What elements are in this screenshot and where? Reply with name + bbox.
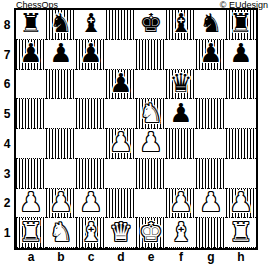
square-e8[interactable]: ♚ bbox=[136, 10, 166, 40]
square-d6[interactable]: ♟ bbox=[106, 70, 136, 100]
file-label-h: h bbox=[226, 251, 256, 265]
square-f4[interactable] bbox=[166, 129, 196, 159]
square-d7[interactable] bbox=[106, 40, 136, 70]
white-knight: ♞ bbox=[139, 100, 162, 126]
white-rook: ♜ bbox=[19, 219, 42, 245]
square-h1[interactable]: ♜ bbox=[226, 218, 256, 248]
square-b3[interactable] bbox=[46, 159, 76, 189]
file-label-b: b bbox=[46, 251, 76, 265]
black-knight: ♞ bbox=[199, 10, 222, 36]
white-knight: ♞ bbox=[49, 219, 72, 245]
square-d2[interactable] bbox=[106, 189, 136, 219]
square-d3[interactable] bbox=[106, 159, 136, 189]
square-d8[interactable] bbox=[106, 10, 136, 40]
square-h5[interactable] bbox=[226, 99, 256, 129]
black-pawn: ♟ bbox=[229, 40, 252, 66]
square-e7[interactable] bbox=[136, 40, 166, 70]
white-pawn: ♟ bbox=[139, 129, 162, 155]
square-f1[interactable]: ♝ bbox=[166, 218, 196, 248]
square-g1[interactable] bbox=[196, 218, 226, 248]
rank-label-2: 2 bbox=[0, 189, 14, 219]
rank-label-5: 5 bbox=[0, 99, 14, 129]
square-a1[interactable]: ♜ bbox=[16, 218, 46, 248]
square-h8[interactable]: ♜ bbox=[226, 10, 256, 40]
black-pawn: ♟ bbox=[49, 40, 72, 66]
square-h3[interactable] bbox=[226, 159, 256, 189]
square-b7[interactable]: ♟ bbox=[46, 40, 76, 70]
square-h7[interactable]: ♟ bbox=[226, 40, 256, 70]
file-label-d: d bbox=[106, 251, 136, 265]
square-e5[interactable]: ♞ bbox=[136, 99, 166, 129]
square-b1[interactable]: ♞ bbox=[46, 218, 76, 248]
square-a7[interactable]: ♟ bbox=[16, 40, 46, 70]
square-h6[interactable] bbox=[226, 70, 256, 100]
file-label-e: e bbox=[136, 251, 166, 265]
white-pawn: ♟ bbox=[199, 189, 222, 215]
chessops-window: ChessOps © EUdesign 87654321 ♜♞♝♚♝♞♜♟♟♟♟… bbox=[0, 0, 270, 270]
white-pawn: ♟ bbox=[79, 189, 102, 215]
file-label-a: a bbox=[16, 251, 46, 265]
square-a3[interactable] bbox=[16, 159, 46, 189]
square-b4[interactable] bbox=[46, 129, 76, 159]
square-g2[interactable]: ♟ bbox=[196, 189, 226, 219]
square-c4[interactable] bbox=[76, 129, 106, 159]
square-c3[interactable] bbox=[76, 159, 106, 189]
rank-labels: 87654321 bbox=[0, 10, 14, 248]
square-g6[interactable] bbox=[196, 70, 226, 100]
square-c5[interactable] bbox=[76, 99, 106, 129]
square-f2[interactable]: ♟ bbox=[166, 189, 196, 219]
black-rook: ♜ bbox=[19, 10, 42, 36]
square-e1[interactable]: ♚ bbox=[136, 218, 166, 248]
white-king: ♚ bbox=[139, 219, 162, 245]
white-rook: ♜ bbox=[229, 219, 252, 245]
square-c1[interactable]: ♝ bbox=[76, 218, 106, 248]
rank-label-8: 8 bbox=[0, 10, 14, 40]
black-pawn: ♟ bbox=[169, 100, 192, 126]
white-bishop: ♝ bbox=[79, 219, 102, 245]
black-rook: ♜ bbox=[229, 10, 252, 36]
square-g8[interactable]: ♞ bbox=[196, 10, 226, 40]
black-pawn: ♟ bbox=[109, 70, 132, 96]
square-c8[interactable]: ♝ bbox=[76, 10, 106, 40]
rank-label-7: 7 bbox=[0, 40, 14, 70]
square-b8[interactable]: ♞ bbox=[46, 10, 76, 40]
white-pawn: ♟ bbox=[49, 189, 72, 215]
square-a4[interactable] bbox=[16, 129, 46, 159]
square-c2[interactable]: ♟ bbox=[76, 189, 106, 219]
square-b2[interactable]: ♟ bbox=[46, 189, 76, 219]
black-knight: ♞ bbox=[49, 10, 72, 36]
square-a2[interactable]: ♟ bbox=[16, 189, 46, 219]
square-h2[interactable]: ♟ bbox=[226, 189, 256, 219]
white-pawn: ♟ bbox=[19, 189, 42, 215]
square-e3[interactable] bbox=[136, 159, 166, 189]
file-label-f: f bbox=[166, 251, 196, 265]
square-c6[interactable] bbox=[76, 70, 106, 100]
square-h4[interactable] bbox=[226, 129, 256, 159]
square-d1[interactable]: ♛ bbox=[106, 218, 136, 248]
black-bishop: ♝ bbox=[169, 10, 192, 36]
white-pawn: ♟ bbox=[229, 189, 252, 215]
square-b6[interactable] bbox=[46, 70, 76, 100]
rank-label-4: 4 bbox=[0, 129, 14, 159]
square-a6[interactable] bbox=[16, 70, 46, 100]
square-c7[interactable]: ♟ bbox=[76, 40, 106, 70]
square-f5[interactable]: ♟ bbox=[166, 99, 196, 129]
square-g3[interactable] bbox=[196, 159, 226, 189]
black-queen: ♛ bbox=[169, 70, 192, 96]
square-b5[interactable] bbox=[46, 99, 76, 129]
file-labels: abcdefgh bbox=[16, 251, 256, 265]
square-e6[interactable] bbox=[136, 70, 166, 100]
board-frame: ♜♞♝♚♝♞♜♟♟♟♟♟♟♛♞♟♟♟♟♟♟♟♟♟♜♞♝♛♚♝♜ bbox=[14, 8, 258, 250]
square-f3[interactable] bbox=[166, 159, 196, 189]
square-e4[interactable]: ♟ bbox=[136, 129, 166, 159]
file-label-c: c bbox=[76, 251, 106, 265]
white-pawn: ♟ bbox=[109, 129, 132, 155]
white-pawn: ♟ bbox=[169, 189, 192, 215]
black-pawn: ♟ bbox=[79, 40, 102, 66]
file-label-g: g bbox=[196, 251, 226, 265]
square-f8[interactable]: ♝ bbox=[166, 10, 196, 40]
rank-label-3: 3 bbox=[0, 159, 14, 189]
square-g4[interactable] bbox=[196, 129, 226, 159]
square-d4[interactable]: ♟ bbox=[106, 129, 136, 159]
rank-label-1: 1 bbox=[0, 218, 14, 248]
square-e2[interactable] bbox=[136, 189, 166, 219]
square-a8[interactable]: ♜ bbox=[16, 10, 46, 40]
square-d5[interactable] bbox=[106, 99, 136, 129]
square-g5[interactable] bbox=[196, 99, 226, 129]
black-king: ♚ bbox=[139, 10, 162, 36]
square-f7[interactable] bbox=[166, 40, 196, 70]
white-bishop: ♝ bbox=[169, 219, 192, 245]
square-f6[interactable]: ♛ bbox=[166, 70, 196, 100]
black-pawn: ♟ bbox=[199, 40, 222, 66]
white-queen: ♛ bbox=[109, 219, 132, 245]
black-bishop: ♝ bbox=[79, 10, 102, 36]
chess-board[interactable]: ♜♞♝♚♝♞♜♟♟♟♟♟♟♛♞♟♟♟♟♟♟♟♟♟♜♞♝♛♚♝♜ bbox=[16, 10, 256, 248]
square-g7[interactable]: ♟ bbox=[196, 40, 226, 70]
square-a5[interactable] bbox=[16, 99, 46, 129]
black-pawn: ♟ bbox=[19, 40, 42, 66]
rank-label-6: 6 bbox=[0, 70, 14, 100]
